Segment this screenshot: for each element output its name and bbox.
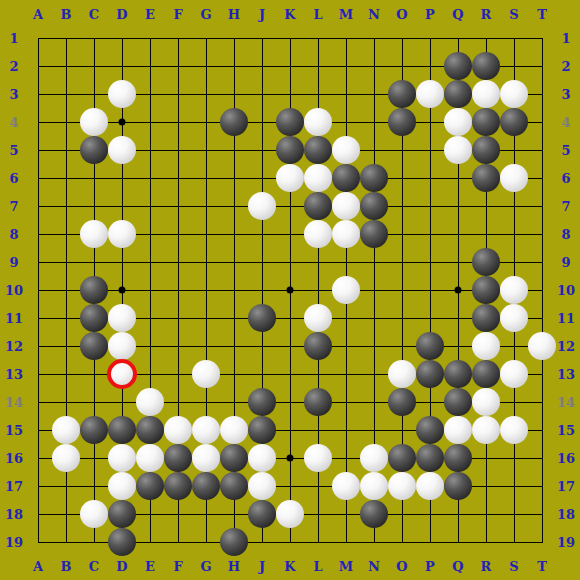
stone-black xyxy=(164,472,192,500)
coord-label-right: 11 xyxy=(557,312,575,325)
coord-label-left: 12 xyxy=(5,340,23,353)
coord-label-right: 9 xyxy=(561,256,570,269)
stone-white xyxy=(248,444,276,472)
coord-label-right: 1 xyxy=(561,32,570,45)
stone-black xyxy=(472,52,500,80)
stone-white xyxy=(276,164,304,192)
stone-white xyxy=(248,192,276,220)
stone-white xyxy=(192,360,220,388)
coord-label-left: 7 xyxy=(9,200,18,213)
last-move-marker xyxy=(107,359,137,389)
stone-white xyxy=(220,416,248,444)
coord-label-top: J xyxy=(259,8,265,21)
coord-label-left: 5 xyxy=(9,144,18,157)
stone-black xyxy=(360,164,388,192)
stone-white xyxy=(472,332,500,360)
stone-black xyxy=(80,416,108,444)
coord-label-bottom: H xyxy=(228,560,240,573)
coord-label-bottom: T xyxy=(537,560,547,573)
coord-label-left: 19 xyxy=(5,536,23,549)
stone-black xyxy=(416,444,444,472)
stone-black xyxy=(360,500,388,528)
stone-black xyxy=(472,276,500,304)
coord-label-top: K xyxy=(284,8,295,21)
coord-label-top: M xyxy=(339,8,353,21)
stone-white xyxy=(360,444,388,472)
stone-white xyxy=(472,80,500,108)
stone-black xyxy=(360,220,388,248)
coord-label-top: P xyxy=(425,8,435,21)
stone-white xyxy=(80,500,108,528)
stone-black xyxy=(444,444,472,472)
stone-black xyxy=(80,136,108,164)
stone-black xyxy=(304,332,332,360)
stone-black xyxy=(248,416,276,444)
stone-black xyxy=(444,472,472,500)
stone-white xyxy=(304,220,332,248)
coord-label-top: E xyxy=(145,8,155,21)
stone-white xyxy=(304,444,332,472)
stone-black xyxy=(248,388,276,416)
coord-label-right: 10 xyxy=(557,284,575,297)
stone-white xyxy=(248,472,276,500)
grid-line-vertical xyxy=(542,38,543,543)
stone-black xyxy=(472,248,500,276)
stone-black xyxy=(220,444,248,472)
stone-black xyxy=(360,192,388,220)
coord-label-bottom: D xyxy=(116,560,127,573)
coord-label-top: B xyxy=(61,8,72,21)
stone-white xyxy=(528,332,556,360)
coord-label-left: 10 xyxy=(5,284,23,297)
coord-label-top: O xyxy=(396,8,407,21)
coord-label-left: 8 xyxy=(9,228,18,241)
stone-white xyxy=(304,164,332,192)
coord-label-top: D xyxy=(116,8,127,21)
coord-label-bottom: A xyxy=(33,560,43,573)
stone-black xyxy=(416,360,444,388)
stone-white xyxy=(108,136,136,164)
stone-black xyxy=(472,304,500,332)
coord-label-bottom: G xyxy=(200,560,211,573)
stone-black xyxy=(136,416,164,444)
stone-white xyxy=(192,416,220,444)
stone-black xyxy=(444,80,472,108)
stone-white xyxy=(304,304,332,332)
coord-label-right: 2 xyxy=(561,60,570,73)
stone-black xyxy=(192,472,220,500)
coord-label-left: 6 xyxy=(9,172,18,185)
stone-white xyxy=(416,472,444,500)
stone-black xyxy=(388,108,416,136)
coord-label-left: 16 xyxy=(5,452,23,465)
stone-white xyxy=(360,472,388,500)
stone-black xyxy=(248,500,276,528)
star-point xyxy=(119,287,126,294)
stone-white xyxy=(332,472,360,500)
stone-white xyxy=(108,304,136,332)
stone-white xyxy=(444,136,472,164)
stone-white xyxy=(500,80,528,108)
coord-label-right: 6 xyxy=(561,172,570,185)
coord-label-top: H xyxy=(228,8,240,21)
coord-label-top: S xyxy=(509,8,518,21)
stone-black xyxy=(108,528,136,556)
stone-white xyxy=(164,416,192,444)
stone-black xyxy=(80,304,108,332)
coord-label-left: 2 xyxy=(9,60,18,73)
stone-white xyxy=(304,108,332,136)
coord-label-right: 15 xyxy=(557,424,575,437)
stone-white xyxy=(108,472,136,500)
star-point xyxy=(119,119,126,126)
stone-black xyxy=(248,304,276,332)
stone-white xyxy=(388,472,416,500)
stone-white xyxy=(332,220,360,248)
coord-label-top: F xyxy=(173,8,182,21)
coord-label-left: 13 xyxy=(5,368,23,381)
stone-black xyxy=(388,444,416,472)
coord-label-bottom: E xyxy=(145,560,155,573)
stone-black xyxy=(444,52,472,80)
stone-black xyxy=(472,164,500,192)
coord-label-left: 14 xyxy=(5,396,23,409)
coord-label-right: 5 xyxy=(561,144,570,157)
stone-black xyxy=(472,360,500,388)
coord-label-right: 8 xyxy=(561,228,570,241)
stone-black xyxy=(108,500,136,528)
coord-label-bottom: M xyxy=(339,560,353,573)
coord-label-right: 14 xyxy=(557,396,575,409)
coord-label-top: G xyxy=(200,8,211,21)
go-board[interactable]: AABBCCDDEEFFGGHHJJKKLLMMNNOOPPQQRRSSTT11… xyxy=(0,0,580,580)
stone-black xyxy=(416,416,444,444)
stone-white xyxy=(332,276,360,304)
coord-label-bottom: O xyxy=(396,560,407,573)
coord-label-bottom: C xyxy=(89,560,99,573)
stone-white xyxy=(416,80,444,108)
stone-black xyxy=(388,388,416,416)
stone-black xyxy=(332,164,360,192)
coord-label-left: 1 xyxy=(9,32,18,45)
coord-label-bottom: Q xyxy=(452,560,463,573)
star-point xyxy=(455,287,462,294)
stone-black xyxy=(220,108,248,136)
coord-label-bottom: J xyxy=(259,560,265,573)
coord-label-bottom: N xyxy=(368,560,380,573)
stone-black xyxy=(304,388,332,416)
stone-white xyxy=(388,360,416,388)
coord-label-right: 3 xyxy=(561,88,570,101)
coord-label-bottom: K xyxy=(284,560,295,573)
stone-black xyxy=(164,444,192,472)
stone-white xyxy=(80,108,108,136)
stone-white xyxy=(444,416,472,444)
stone-black xyxy=(388,80,416,108)
stone-white xyxy=(108,220,136,248)
stone-black xyxy=(444,360,472,388)
coord-label-top: C xyxy=(89,8,99,21)
stone-black xyxy=(220,472,248,500)
stone-black xyxy=(472,136,500,164)
stone-white xyxy=(500,164,528,192)
coord-label-top: A xyxy=(33,8,43,21)
stone-black xyxy=(444,388,472,416)
coord-label-top: T xyxy=(537,8,547,21)
coord-label-right: 19 xyxy=(557,536,575,549)
coord-label-right: 7 xyxy=(561,200,570,213)
star-point xyxy=(287,287,294,294)
stone-black xyxy=(80,332,108,360)
coord-label-top: Q xyxy=(452,8,463,21)
coord-label-left: 11 xyxy=(5,312,23,325)
stone-white xyxy=(192,444,220,472)
coord-label-left: 3 xyxy=(9,88,18,101)
stone-white xyxy=(472,416,500,444)
coord-label-left: 17 xyxy=(5,480,23,493)
stone-white xyxy=(108,80,136,108)
stone-white xyxy=(500,416,528,444)
coord-label-right: 16 xyxy=(557,452,575,465)
stone-white xyxy=(276,500,304,528)
stone-white xyxy=(332,136,360,164)
coord-label-bottom: S xyxy=(509,560,518,573)
stone-black xyxy=(500,108,528,136)
coord-label-bottom: L xyxy=(313,560,322,573)
stone-black xyxy=(304,192,332,220)
stone-white xyxy=(52,416,80,444)
coord-label-top: N xyxy=(368,8,380,21)
coord-label-right: 4 xyxy=(561,116,570,129)
stone-white xyxy=(472,388,500,416)
stone-white xyxy=(80,220,108,248)
stone-white xyxy=(500,304,528,332)
stone-black xyxy=(108,416,136,444)
stone-white xyxy=(52,444,80,472)
coord-label-bottom: R xyxy=(481,560,492,573)
stone-black xyxy=(276,108,304,136)
stone-white xyxy=(136,444,164,472)
coord-label-left: 15 xyxy=(5,424,23,437)
coord-label-top: L xyxy=(313,8,322,21)
coord-label-top: R xyxy=(481,8,492,21)
coord-label-left: 4 xyxy=(9,116,18,129)
stone-black xyxy=(472,108,500,136)
stone-white xyxy=(500,360,528,388)
coord-label-right: 12 xyxy=(557,340,575,353)
stone-black xyxy=(136,472,164,500)
stone-white xyxy=(136,388,164,416)
coord-label-bottom: P xyxy=(425,560,435,573)
coord-label-right: 18 xyxy=(557,508,575,521)
stone-white xyxy=(332,192,360,220)
stone-black xyxy=(220,528,248,556)
coord-label-right: 13 xyxy=(557,368,575,381)
stone-black xyxy=(304,136,332,164)
coord-label-left: 18 xyxy=(5,508,23,521)
coord-label-bottom: F xyxy=(173,560,182,573)
coord-label-left: 9 xyxy=(9,256,18,269)
grid-line-vertical xyxy=(38,38,39,543)
stone-white xyxy=(108,332,136,360)
stone-white xyxy=(108,444,136,472)
stone-white xyxy=(500,276,528,304)
stone-black xyxy=(416,332,444,360)
stone-black xyxy=(276,136,304,164)
stone-black xyxy=(80,276,108,304)
stone-white xyxy=(444,108,472,136)
star-point xyxy=(287,455,294,462)
coord-label-bottom: B xyxy=(61,560,72,573)
coord-label-right: 17 xyxy=(557,480,575,493)
